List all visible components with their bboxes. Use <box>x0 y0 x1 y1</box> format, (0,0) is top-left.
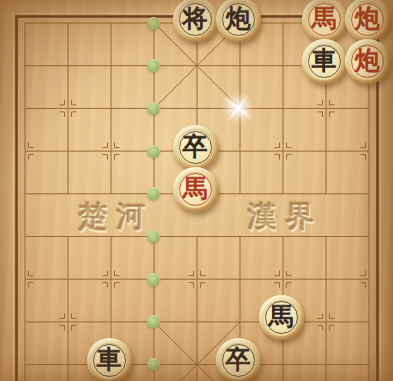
piece-face: 将 <box>177 1 213 37</box>
piece-glyph: 馬 <box>269 304 294 329</box>
piece-glyph: 将 <box>183 6 208 31</box>
move-hint-dot[interactable] <box>147 187 160 200</box>
piece-black-general[interactable]: 将 <box>173 0 218 42</box>
move-hint-dot[interactable] <box>147 315 160 328</box>
piece-glyph: 車 <box>312 48 337 73</box>
piece-glyph: 炮 <box>355 48 380 73</box>
piece-glyph: 馬 <box>312 6 337 31</box>
river-label-chu-he: 楚河 <box>70 197 155 237</box>
piece-red-horse[interactable]: 馬 <box>173 167 218 212</box>
piece-face: 炮 <box>349 44 385 80</box>
piece-red-horse[interactable]: 馬 <box>302 0 347 42</box>
move-hint-dot[interactable] <box>147 59 160 72</box>
piece-black-chariot[interactable]: 車 <box>302 39 347 84</box>
piece-face: 馬 <box>177 172 213 208</box>
piece-glyph: 炮 <box>226 6 251 31</box>
piece-face: 卒 <box>220 343 256 379</box>
piece-face: 馬 <box>306 1 342 37</box>
move-hint-dot[interactable] <box>147 358 160 371</box>
move-hint-dot[interactable] <box>147 273 160 286</box>
move-hint-dot[interactable] <box>147 102 160 115</box>
piece-face: 卒 <box>177 129 213 165</box>
piece-black-horse[interactable]: 馬 <box>259 295 304 340</box>
piece-face: 車 <box>91 343 127 379</box>
piece-black-soldier[interactable]: 卒 <box>173 125 218 170</box>
piece-glyph: 炮 <box>355 6 380 31</box>
river-label-han-jie: 漢界 <box>239 197 324 237</box>
piece-glyph: 卒 <box>183 134 208 159</box>
piece-black-soldier[interactable]: 卒 <box>216 338 261 381</box>
piece-glyph: 卒 <box>226 347 251 372</box>
piece-red-cannon[interactable]: 炮 <box>345 39 390 84</box>
move-hint-dot[interactable] <box>147 17 160 30</box>
move-hint-dot[interactable] <box>147 145 160 158</box>
piece-face: 車 <box>306 44 342 80</box>
piece-black-chariot[interactable]: 車 <box>87 338 132 381</box>
piece-face: 炮 <box>349 1 385 37</box>
piece-black-cannon[interactable]: 炮 <box>216 0 261 42</box>
piece-glyph: 馬 <box>183 176 208 201</box>
piece-face: 馬 <box>263 300 299 336</box>
move-hint-dot[interactable] <box>147 230 160 243</box>
piece-face: 炮 <box>220 1 256 37</box>
piece-glyph: 車 <box>97 347 122 372</box>
xiangqi-game-screen: 楚河 漢界 将炮馬炮車炮卒馬馬車卒 <box>0 0 393 381</box>
piece-red-cannon[interactable]: 炮 <box>345 0 390 42</box>
